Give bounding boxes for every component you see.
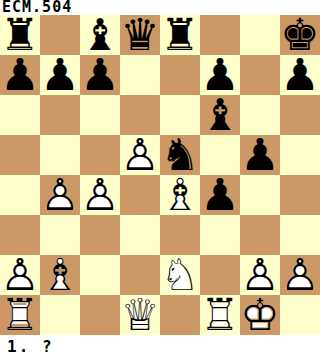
- piece-black-queen: ♛: [120, 15, 160, 55]
- piece-black-pawn: ♟: [240, 135, 280, 175]
- piece-glyph-outline: ♙: [40, 175, 80, 215]
- piece-white-rook: ♜♖: [0, 295, 40, 335]
- square-d5[interactable]: ♟♙: [120, 135, 160, 175]
- square-d3[interactable]: [120, 215, 160, 255]
- square-h6[interactable]: [280, 95, 320, 135]
- square-e2[interactable]: ♞♘: [160, 255, 200, 295]
- square-a7[interactable]: ♟: [0, 55, 40, 95]
- square-c3[interactable]: [80, 215, 120, 255]
- piece-glyph: ♟: [280, 55, 320, 95]
- piece-white-pawn: ♟♙: [120, 135, 160, 175]
- square-e7[interactable]: [160, 55, 200, 95]
- square-c1[interactable]: [80, 295, 120, 335]
- piece-black-pawn: ♟: [0, 55, 40, 95]
- piece-black-bishop: ♝: [200, 95, 240, 135]
- square-c7[interactable]: ♟: [80, 55, 120, 95]
- move-prompt: 1. ?: [0, 335, 320, 360]
- square-h1[interactable]: [280, 295, 320, 335]
- square-c6[interactable]: [80, 95, 120, 135]
- piece-glyph-outline: ♖: [0, 295, 40, 335]
- square-h5[interactable]: [280, 135, 320, 175]
- piece-glyph: ♛: [120, 15, 160, 55]
- piece-white-pawn: ♟♙: [280, 255, 320, 295]
- square-g1[interactable]: ♚♔: [240, 295, 280, 335]
- square-b4[interactable]: ♟♙: [40, 175, 80, 215]
- piece-glyph-outline: ♙: [80, 175, 120, 215]
- piece-glyph: ♟: [80, 55, 120, 95]
- square-a6[interactable]: [0, 95, 40, 135]
- piece-white-pawn: ♟♙: [80, 175, 120, 215]
- piece-glyph: ♟: [240, 135, 280, 175]
- piece-glyph-outline: ♙: [120, 135, 160, 175]
- piece-black-pawn: ♟: [200, 175, 240, 215]
- square-d4[interactable]: [120, 175, 160, 215]
- piece-glyph: ♟: [40, 55, 80, 95]
- square-b2[interactable]: ♝♗: [40, 255, 80, 295]
- piece-black-pawn: ♟: [80, 55, 120, 95]
- square-a1[interactable]: ♜♖: [0, 295, 40, 335]
- square-f1[interactable]: ♜♖: [200, 295, 240, 335]
- square-a4[interactable]: [0, 175, 40, 215]
- square-g7[interactable]: [240, 55, 280, 95]
- piece-glyph-outline: ♗: [160, 175, 200, 215]
- square-h7[interactable]: ♟: [280, 55, 320, 95]
- piece-white-queen: ♛♕: [120, 295, 160, 335]
- square-e4[interactable]: ♝♗: [160, 175, 200, 215]
- square-f3[interactable]: [200, 215, 240, 255]
- square-d8[interactable]: ♛: [120, 15, 160, 55]
- piece-black-rook: ♜: [160, 15, 200, 55]
- square-b6[interactable]: [40, 95, 80, 135]
- piece-white-knight: ♞♘: [160, 255, 200, 295]
- square-g5[interactable]: ♟: [240, 135, 280, 175]
- square-h2[interactable]: ♟♙: [280, 255, 320, 295]
- piece-glyph-outline: ♕: [120, 295, 160, 335]
- square-e1[interactable]: [160, 295, 200, 335]
- piece-glyph-outline: ♖: [200, 295, 240, 335]
- piece-glyph: ♟: [0, 55, 40, 95]
- chess-puzzle-window: ECM.504 ♜♝♛♜♚♟♟♟♟♟♝♟♙♞♟♟♙♟♙♝♗♟♟♙♝♗♞♘♟♙♟♙…: [0, 0, 320, 360]
- piece-white-rook: ♜♖: [200, 295, 240, 335]
- square-g4[interactable]: [240, 175, 280, 215]
- square-e8[interactable]: ♜: [160, 15, 200, 55]
- square-h4[interactable]: [280, 175, 320, 215]
- piece-white-bishop: ♝♗: [160, 175, 200, 215]
- piece-black-pawn: ♟: [40, 55, 80, 95]
- square-a5[interactable]: [0, 135, 40, 175]
- piece-white-bishop: ♝♗: [40, 255, 80, 295]
- piece-glyph-outline: ♘: [160, 255, 200, 295]
- piece-glyph: ♝: [200, 95, 240, 135]
- square-c2[interactable]: [80, 255, 120, 295]
- square-g8[interactable]: [240, 15, 280, 55]
- square-b1[interactable]: [40, 295, 80, 335]
- square-f6[interactable]: ♝: [200, 95, 240, 135]
- piece-glyph-outline: ♙: [280, 255, 320, 295]
- square-d7[interactable]: [120, 55, 160, 95]
- square-c4[interactable]: ♟♙: [80, 175, 120, 215]
- piece-glyph-outline: ♗: [40, 255, 80, 295]
- piece-black-pawn: ♟: [280, 55, 320, 95]
- piece-glyph: ♟: [200, 175, 240, 215]
- piece-white-pawn: ♟♙: [40, 175, 80, 215]
- chess-board: ♜♝♛♜♚♟♟♟♟♟♝♟♙♞♟♟♙♟♙♝♗♟♟♙♝♗♞♘♟♙♟♙♜♖♛♕♜♖♚♔: [0, 15, 320, 335]
- piece-white-king: ♚♔: [240, 295, 280, 335]
- square-d1[interactable]: ♛♕: [120, 295, 160, 335]
- piece-glyph-outline: ♔: [240, 295, 280, 335]
- square-b7[interactable]: ♟: [40, 55, 80, 95]
- piece-glyph: ♜: [160, 15, 200, 55]
- square-f4[interactable]: ♟: [200, 175, 240, 215]
